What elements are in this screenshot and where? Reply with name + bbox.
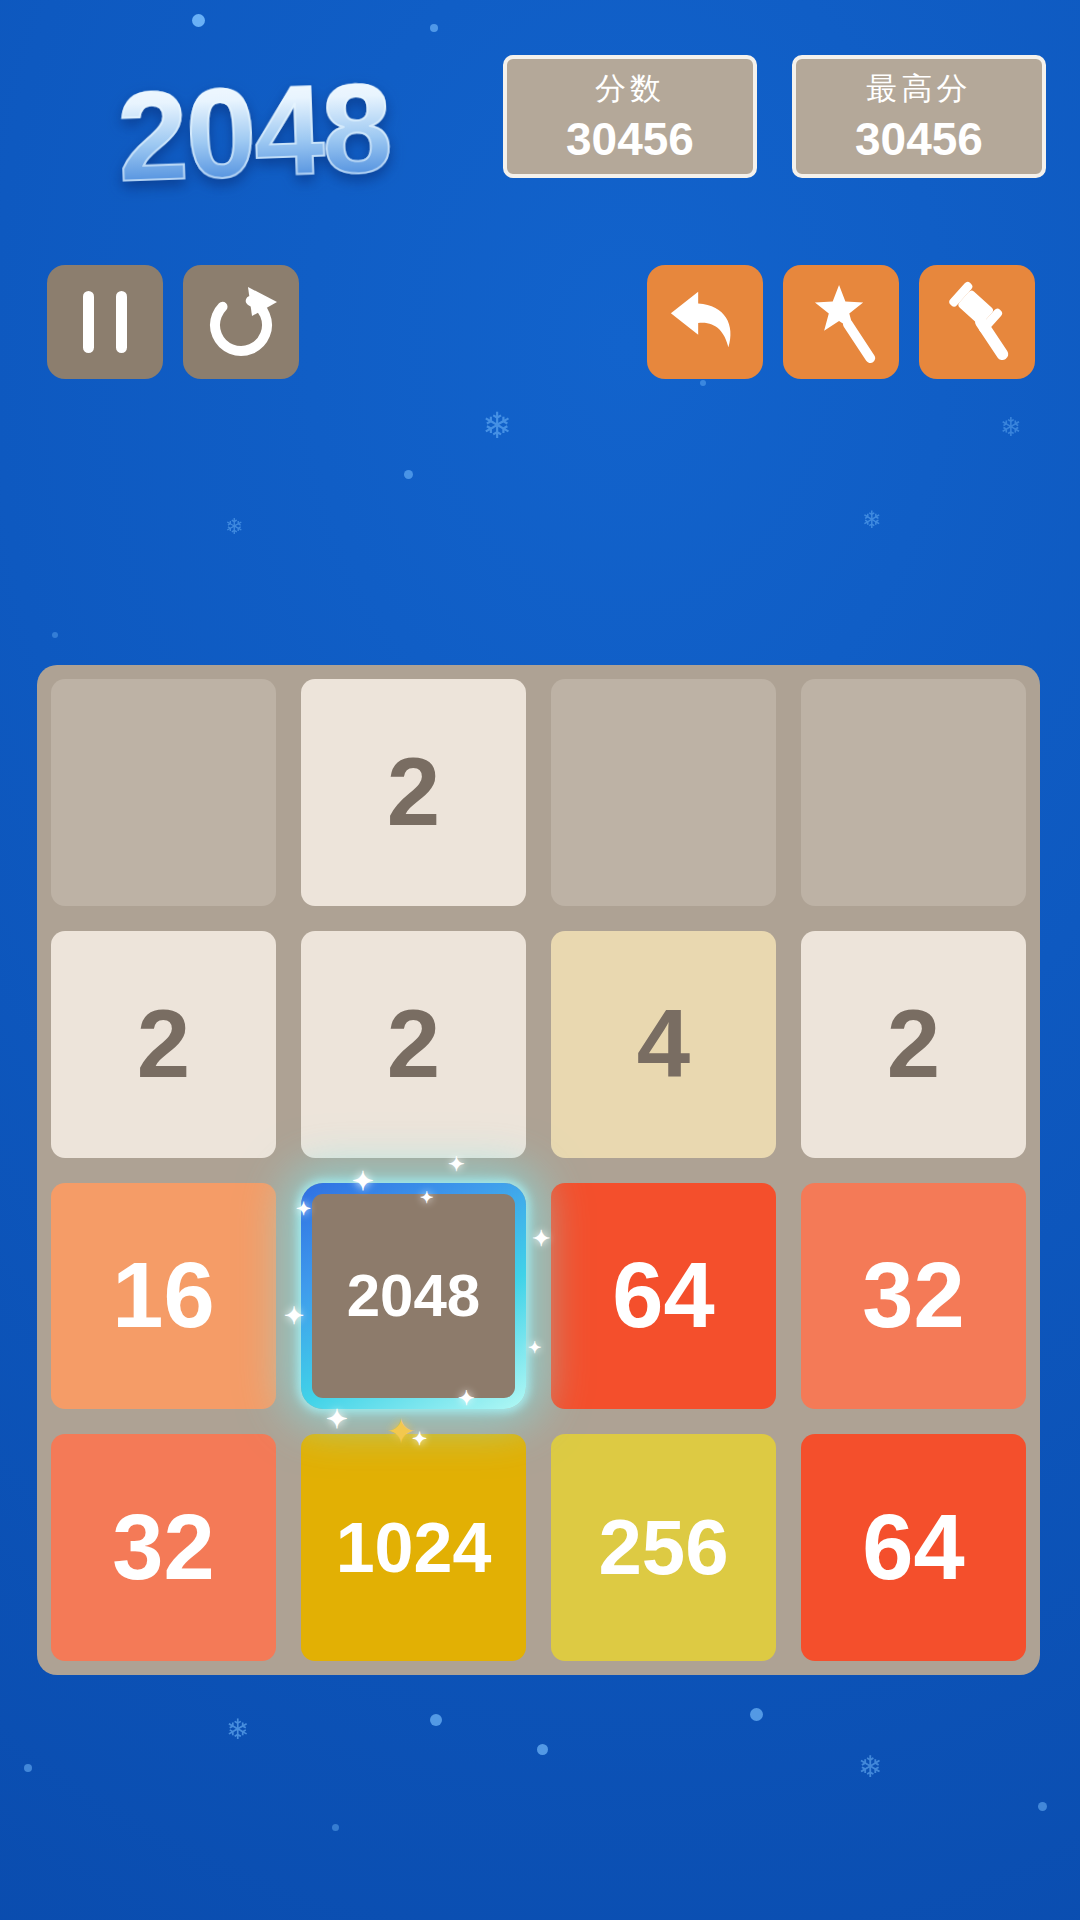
tile-2: 2: [51, 931, 276, 1158]
snow-dot: [192, 14, 205, 27]
hammer-button[interactable]: [919, 265, 1035, 379]
magic-wand-button[interactable]: [783, 265, 899, 379]
tile-64: 64: [801, 1434, 1026, 1661]
tile-64: 64: [551, 1183, 776, 1410]
hammer-icon: [936, 281, 1018, 363]
pause-icon: [83, 291, 127, 353]
empty-cell: [51, 679, 276, 906]
tile-256: 256: [551, 1434, 776, 1661]
snow-dot: [430, 24, 438, 32]
undo-arrow-icon: [666, 283, 744, 361]
snow-dot: [537, 1744, 548, 1755]
snow-dot: [700, 380, 706, 386]
snow-dot: [750, 1708, 763, 1721]
tile-32: 32: [51, 1434, 276, 1661]
sparkle-star-icon: ✦: [532, 1228, 550, 1250]
snow-dot: [52, 632, 58, 638]
snow-dot: [1038, 1802, 1047, 1811]
best-score-value: 30456: [855, 112, 983, 166]
snowflake-icon: ❄: [225, 516, 243, 538]
score-box: 分数 30456: [503, 55, 757, 178]
tile-2048-highlighted: 2048✦✦✦✦✦✦✦✦✦✦: [301, 1183, 526, 1410]
snow-dot: [24, 1764, 32, 1772]
score-label: 分数: [595, 68, 665, 110]
best-score-box: 最高分 30456: [792, 55, 1046, 178]
tile-2: 2: [801, 931, 1026, 1158]
snow-dot: [430, 1714, 442, 1726]
tile-32: 32: [801, 1183, 1026, 1410]
best-score-label: 最高分: [867, 68, 972, 110]
sparkle-star-icon: ✦: [420, 1190, 433, 1206]
tile-2: 2: [301, 679, 526, 906]
sparkle-star-icon: ✦: [458, 1388, 475, 1408]
snowflake-icon: ❄: [226, 1716, 249, 1744]
tile-2: 2: [301, 931, 526, 1158]
tile-16: 16: [51, 1183, 276, 1410]
snowflake-icon: ❄: [862, 508, 882, 532]
magic-wand-icon: [800, 281, 882, 363]
empty-cell: [801, 679, 1026, 906]
tile-4: 4: [551, 931, 776, 1158]
restart-button[interactable]: [183, 265, 299, 379]
snowflake-icon: ❄: [482, 408, 512, 444]
undo-button[interactable]: [647, 265, 763, 379]
sparkle-star-icon: ✦: [296, 1200, 311, 1218]
restart-icon: [204, 285, 278, 359]
empty-cell: [551, 679, 776, 906]
board[interactable]: 22242162048✦✦✦✦✦✦✦✦✦✦643232102425664: [37, 665, 1040, 1675]
sparkle-star-icon: ✦: [284, 1304, 304, 1328]
snowflake-icon: ❄: [858, 1752, 883, 1782]
snowflake-icon: ❄: [1000, 414, 1022, 440]
snow-dot: [332, 1824, 339, 1831]
sparkle-star-icon: ✦: [528, 1340, 541, 1356]
snow-dot: [404, 470, 413, 479]
game-screen: ❄❄❄❄❄❄❄❄ 2048 分数 30456 最高分 30456: [0, 0, 1080, 1920]
score-value: 30456: [566, 112, 694, 166]
sparkle-star-icon: ✦: [352, 1168, 374, 1194]
pause-button[interactable]: [47, 265, 163, 379]
tile-1024: 1024: [301, 1434, 526, 1661]
sparkle-star-icon: ✦: [326, 1406, 348, 1432]
game-logo: 2048: [81, 44, 427, 221]
